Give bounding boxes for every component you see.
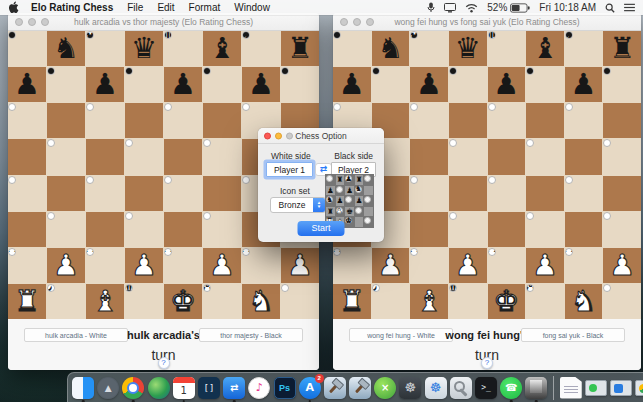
square-c8[interactable]: ♝ — [86, 31, 94, 39]
square-d8[interactable]: ♛ — [449, 31, 487, 66]
black-pawn: ♟ — [493, 70, 519, 99]
black-pawn: ♟ — [526, 67, 534, 75]
dock: ▲1[]⇄♪PsA2×☸☸>_☎ — [67, 372, 643, 402]
help-button[interactable]: ? — [481, 357, 493, 369]
square-h4[interactable] — [603, 176, 641, 211]
black-pawn: ♟ — [571, 70, 597, 99]
preview-piece: ♚ — [346, 208, 353, 216]
black-pawn: ♟ — [339, 70, 365, 99]
square-b3[interactable] — [47, 212, 55, 220]
square-h1[interactable]: ♜ — [603, 284, 611, 292]
dock-thumb-2[interactable] — [610, 380, 632, 396]
icon-set-label: Icon set — [280, 186, 310, 196]
dock-terminal[interactable]: >_ — [475, 377, 497, 399]
square-d4[interactable] — [125, 176, 163, 211]
titlebar-right[interactable]: wong fei hung vs fong sai yuk (Elo Ratin… — [333, 13, 641, 31]
square-e7[interactable]: ♟ — [488, 67, 526, 102]
square-e7[interactable]: ♟ — [164, 67, 202, 102]
preview-piece: ♜ — [356, 176, 363, 184]
black-knight: ♞ — [377, 34, 403, 63]
close-button[interactable] — [264, 132, 271, 139]
square-g7[interactable]: ♟ — [242, 67, 280, 102]
preview-square — [364, 175, 371, 182]
dock-document[interactable] — [560, 377, 582, 399]
white-rook: ♜ — [339, 287, 365, 316]
dock-thumb-3[interactable] — [635, 380, 643, 396]
square-e6[interactable] — [164, 103, 172, 111]
preview-square: ♞ — [326, 196, 333, 203]
white-pawn: ♟ — [333, 248, 341, 256]
square-h3[interactable] — [603, 212, 611, 220]
square-b1[interactable]: ♞ — [372, 284, 380, 292]
wifi-icon[interactable] — [465, 3, 478, 13]
black-bishop: ♝ — [86, 31, 94, 39]
menu-bar: Elo Rating Chess FileEditFormatWindow 52… — [0, 0, 643, 15]
square-g1[interactable]: ♞ — [565, 284, 603, 319]
white-knight: ♞ — [571, 287, 597, 316]
zoom-button[interactable] — [41, 18, 49, 26]
black-pawn: ♟ — [281, 67, 289, 75]
white-pawn: ♟ — [287, 251, 313, 280]
square-e4[interactable] — [488, 176, 496, 184]
black-pawn: ♟ — [416, 70, 442, 99]
dock-coda[interactable]: [] — [198, 377, 220, 399]
preview-square — [364, 186, 373, 196]
dock-divider — [553, 376, 554, 400]
square-c3[interactable] — [410, 212, 448, 247]
preview-square — [364, 196, 371, 203]
whatsapp-icon: ☎ — [505, 382, 517, 393]
preview-square: ♟ — [326, 186, 335, 196]
square-g4[interactable] — [565, 176, 573, 184]
white-bishop: ♝ — [203, 284, 211, 292]
square-f6[interactable] — [526, 103, 564, 138]
white-knight: ♞ — [248, 287, 274, 316]
square-e6[interactable] — [488, 103, 496, 111]
dialog-titlebar[interactable]: Chess Option — [258, 128, 384, 144]
black-rook: ♜ — [609, 34, 635, 63]
apple-menu-icon[interactable] — [8, 1, 19, 14]
square-c8[interactable]: ♝ — [410, 31, 418, 39]
dock-photos-bw[interactable] — [525, 377, 547, 399]
square-f4[interactable] — [203, 176, 241, 211]
black-king: ♚ — [164, 31, 172, 39]
square-h5[interactable] — [603, 139, 611, 147]
preview-square — [364, 217, 371, 224]
white-pawn: ♟ — [131, 251, 157, 280]
square-f5[interactable] — [526, 139, 534, 147]
menu-item-format[interactable]: Format — [189, 2, 221, 13]
square-d2[interactable]: ♟ — [125, 248, 163, 283]
itunes-icon: ♪ — [256, 381, 263, 394]
square-f5[interactable] — [203, 139, 211, 147]
zoom-button — [286, 132, 293, 139]
square-f8[interactable]: ♝ — [526, 31, 564, 66]
square-d6[interactable] — [449, 103, 487, 138]
square-b7[interactable]: ♟ — [47, 67, 55, 75]
menu-app-name[interactable]: Elo Rating Chess — [31, 2, 113, 13]
preview-piece: ♜ — [327, 208, 334, 216]
preview-piece: ♟ — [345, 175, 352, 183]
black-pawn: ♟ — [170, 70, 196, 99]
window-title: wong fei hung vs fong sai yuk (Elo Ratin… — [394, 17, 579, 27]
preview-piece: ♞ — [326, 196, 333, 204]
minimize-button[interactable] — [28, 18, 36, 26]
square-a7[interactable]: ♟ — [333, 67, 371, 102]
square-d7[interactable]: ♟ — [125, 67, 133, 75]
black-pawn: ♟ — [47, 67, 55, 75]
white-pawn: ♟ — [209, 251, 235, 280]
menu-item-edit[interactable]: Edit — [157, 2, 174, 13]
square-a4[interactable] — [8, 176, 16, 184]
square-a8[interactable]: ♜ — [8, 31, 16, 39]
square-h6[interactable] — [603, 103, 641, 138]
white-pawn: ♟ — [86, 248, 94, 256]
appstore-icon: A — [305, 381, 314, 394]
square-c4[interactable] — [86, 176, 94, 184]
preview-piece: ♟ — [337, 197, 344, 205]
square-f4[interactable] — [526, 176, 564, 211]
black-pawn: ♟ — [125, 67, 133, 75]
square-g2[interactable]: ♟ — [242, 248, 250, 256]
white-pawn: ♟ — [242, 248, 250, 256]
dock-chrome[interactable] — [122, 377, 144, 399]
square-a1[interactable]: ♜ — [8, 284, 46, 319]
square-b1[interactable]: ♞ — [47, 284, 55, 292]
square-d3[interactable] — [449, 212, 457, 220]
black-pawn: ♟ — [449, 67, 457, 75]
preview-piece: ♟ — [336, 207, 343, 215]
preview-piece: ♟ — [356, 197, 363, 205]
titlebar-left[interactable]: hulk arcadia vs thor majesty (Elo Rating… — [8, 13, 319, 31]
square-d6[interactable] — [125, 103, 163, 138]
dock-prefs-blue[interactable]: ☸ — [425, 377, 447, 399]
square-d1[interactable]: ♛ — [125, 284, 133, 292]
square-a2[interactable]: ♟ — [8, 248, 16, 256]
white-pawn: ♟ — [410, 248, 418, 256]
square-c3[interactable] — [86, 212, 124, 247]
square-h2[interactable]: ♟ — [603, 248, 641, 283]
preview-square: ♟ — [345, 186, 354, 196]
square-c5[interactable] — [410, 139, 448, 174]
white-rook: ♜ — [281, 284, 289, 292]
preview-square: ♜ — [336, 175, 345, 185]
square-b2[interactable]: ♟ — [47, 248, 85, 283]
terminal-icon: >_ — [481, 383, 491, 392]
black-knight: ♞ — [565, 31, 573, 39]
preview-square — [364, 207, 373, 217]
black-bishop: ♝ — [532, 34, 558, 63]
spotlight-icon[interactable] — [605, 3, 615, 13]
black-knight: ♞ — [242, 31, 250, 39]
black-rook: ♜ — [333, 31, 341, 39]
preview-piece: ♞ — [355, 185, 362, 193]
white-rook: ♜ — [14, 287, 40, 316]
dock-finder[interactable] — [72, 377, 94, 399]
square-f2[interactable]: ♟ — [203, 248, 241, 283]
square-g7[interactable]: ♟ — [565, 67, 603, 102]
white-pawn: ♟ — [488, 248, 496, 256]
square-d5[interactable] — [125, 139, 133, 147]
dock-green-app[interactable]: × — [374, 377, 396, 399]
icon-set-dropdown[interactable]: Bronze ▲▼ — [270, 197, 326, 213]
white-pawn: ♟ — [609, 251, 635, 280]
dock-globe[interactable] — [148, 377, 170, 399]
zoom-button[interactable] — [366, 18, 374, 26]
square-e3[interactable] — [488, 212, 526, 247]
square-d8[interactable]: ♛ — [125, 31, 163, 66]
square-f2[interactable]: ♟ — [526, 248, 564, 283]
square-f7[interactable]: ♟ — [526, 67, 534, 75]
dock-prefs-dark[interactable]: ☸ — [399, 377, 421, 399]
square-f7[interactable]: ♟ — [203, 67, 211, 75]
square-d4[interactable] — [449, 176, 487, 211]
square-g6[interactable] — [565, 103, 573, 111]
preview-piece: ♚ — [345, 217, 352, 225]
white-knight: ♞ — [372, 284, 380, 292]
preview-square: ♟ — [336, 207, 343, 214]
preview-piece: ♜ — [337, 176, 344, 184]
square-e5[interactable] — [488, 139, 526, 174]
square-e8[interactable]: ♚ — [164, 31, 172, 39]
square-h1[interactable]: ♜ — [281, 284, 289, 292]
icon-set-value: Bronze — [271, 198, 313, 212]
square-a3[interactable] — [8, 212, 46, 247]
square-a6[interactable] — [8, 103, 16, 111]
green-app-icon: × — [381, 382, 389, 393]
white-bishop: ♝ — [92, 287, 118, 316]
preview-square — [345, 196, 352, 203]
white-bishop: ♝ — [526, 284, 534, 292]
stepper-arrows-icon[interactable]: ▲▼ — [313, 198, 325, 212]
dock-thumb-1[interactable] — [585, 380, 607, 396]
square-c2[interactable]: ♟ — [410, 248, 418, 256]
minimize-button[interactable] — [275, 132, 282, 139]
prefs-blue-icon: ☸ — [430, 380, 442, 395]
dock-xcode-2[interactable] — [349, 377, 371, 399]
black-pawn: ♟ — [14, 70, 40, 99]
white-rook: ♜ — [603, 284, 611, 292]
square-g1[interactable]: ♞ — [242, 284, 280, 319]
square-e3[interactable] — [164, 212, 202, 247]
coda-icon: [] — [204, 383, 215, 393]
display-icon[interactable] — [444, 3, 456, 13]
square-a7[interactable]: ♟ — [8, 67, 46, 102]
black-pawn: ♟ — [203, 67, 211, 75]
battery-percent: 52% — [487, 2, 507, 13]
white-king: ♚ — [493, 287, 519, 316]
square-g8[interactable]: ♞ — [565, 31, 573, 39]
square-f8[interactable]: ♝ — [203, 31, 241, 66]
square-h2[interactable]: ♟ — [281, 248, 319, 283]
square-f3[interactable] — [203, 212, 211, 220]
calendar-icon: 1 — [181, 385, 187, 396]
square-g6[interactable] — [242, 103, 250, 111]
start-button[interactable]: Start — [298, 221, 345, 236]
square-e8[interactable]: ♚ — [488, 31, 496, 39]
square-d1[interactable]: ♛ — [449, 284, 457, 292]
square-d5[interactable] — [449, 139, 457, 147]
square-b8[interactable]: ♞ — [372, 31, 410, 66]
white-queen: ♛ — [125, 284, 133, 292]
square-c1[interactable]: ♝ — [86, 284, 124, 319]
black-rook: ♜ — [8, 31, 16, 39]
black-king: ♚ — [488, 31, 496, 39]
dock-appstore[interactable]: A2 — [299, 377, 321, 399]
square-e2[interactable]: ♟ — [488, 248, 496, 256]
square-g2[interactable]: ♟ — [565, 248, 573, 256]
square-d2[interactable]: ♟ — [449, 248, 487, 283]
preview-square: ♟ — [345, 175, 352, 182]
square-c7[interactable]: ♟ — [86, 67, 124, 102]
black-rook: ♜ — [287, 34, 313, 63]
black-queen: ♛ — [131, 34, 157, 63]
black-pawn: ♟ — [603, 67, 611, 75]
white-pawn: ♟ — [565, 248, 573, 256]
white-pawn: ♟ — [8, 248, 16, 256]
preview-square — [355, 217, 364, 227]
white-side-label: White side — [271, 151, 311, 161]
player1-field[interactable]: Player 1 — [266, 162, 313, 177]
square-b5[interactable] — [47, 139, 55, 147]
square-a6[interactable] — [333, 103, 341, 111]
close-button[interactable] — [15, 18, 23, 26]
black-pawn: ♟ — [92, 70, 118, 99]
square-h8[interactable]: ♜ — [603, 31, 641, 66]
square-e4[interactable] — [164, 176, 172, 184]
square-f1[interactable]: ♝ — [203, 284, 211, 292]
preview-square: ♚ — [345, 207, 354, 217]
square-e5[interactable] — [164, 139, 202, 174]
minimize-button[interactable] — [353, 18, 361, 26]
black-side-label: Black side — [334, 151, 373, 161]
preview-square — [355, 207, 362, 214]
square-a1[interactable]: ♜ — [333, 284, 371, 319]
square-g5[interactable] — [565, 139, 603, 174]
square-f1[interactable]: ♝ — [526, 284, 534, 292]
preview-square: ♞ — [355, 186, 362, 193]
preview-square: ♟ — [336, 196, 345, 206]
square-f6[interactable] — [203, 103, 241, 138]
menu-clock[interactable]: Fri 10:18 AM — [539, 2, 596, 13]
menu-items: FileEditFormatWindow — [127, 2, 270, 13]
notification-center-icon[interactable] — [624, 3, 635, 12]
square-c2[interactable]: ♟ — [86, 248, 94, 256]
dock-teamviewer[interactable]: ⇄ — [223, 377, 245, 399]
square-d7[interactable]: ♟ — [449, 67, 457, 75]
square-a2[interactable]: ♟ — [333, 248, 341, 256]
square-b6[interactable] — [47, 103, 85, 138]
square-h8[interactable]: ♜ — [281, 31, 319, 66]
chess-option-dialog: Chess Option White side Black side Playe… — [258, 128, 384, 242]
square-a5[interactable] — [8, 139, 46, 174]
menu-item-file[interactable]: File — [127, 2, 143, 13]
mic-icon[interactable] — [427, 2, 435, 13]
badge: 2 — [315, 374, 324, 383]
black-pawn: ♟ — [372, 67, 380, 75]
close-button[interactable] — [340, 18, 348, 26]
white-pawn: ♟ — [53, 251, 79, 280]
preview-square: ♜ — [326, 207, 335, 217]
preview-square: ♜ — [355, 175, 364, 185]
dock-itunes[interactable]: ♪ — [248, 377, 270, 399]
square-c6[interactable] — [86, 103, 94, 111]
square-b7[interactable]: ♟ — [372, 67, 380, 75]
square-e1[interactable]: ♚ — [164, 284, 202, 319]
black-knight: ♞ — [53, 34, 79, 63]
preview-square — [326, 175, 333, 182]
preview-square: ♟ — [355, 196, 364, 206]
white-pawn: ♟ — [377, 251, 403, 280]
square-a8[interactable]: ♜ — [333, 31, 341, 39]
square-f3[interactable] — [526, 212, 534, 220]
black-player-button[interactable]: fong sai yuk - Black — [521, 328, 625, 342]
square-c4[interactable] — [410, 176, 418, 184]
white-bishop: ♝ — [416, 287, 442, 316]
battery-indicator[interactable]: 52% — [487, 2, 530, 13]
help-button[interactable]: ? — [158, 357, 170, 369]
white-pawn: ♟ — [532, 251, 558, 280]
black-bishop: ♝ — [410, 31, 418, 39]
preview-square — [336, 186, 343, 193]
dock-calendar[interactable]: 1 — [173, 377, 195, 399]
launchpad-icon: ▲ — [105, 383, 112, 393]
square-d3[interactable] — [125, 212, 133, 220]
square-e2[interactable]: ♟ — [164, 248, 172, 256]
dock-keychain[interactable] — [450, 377, 472, 399]
white-pawn: ♟ — [164, 248, 172, 256]
square-c1[interactable]: ♝ — [410, 284, 448, 319]
black-player-button[interactable]: thor majesty - Black — [199, 328, 303, 342]
dock-xcode-1[interactable] — [324, 377, 346, 399]
white-queen: ♛ — [449, 284, 457, 292]
square-e1[interactable]: ♚ — [488, 284, 526, 319]
dock-photoshop[interactable]: Ps — [274, 377, 296, 399]
teamviewer-icon: ⇄ — [230, 382, 238, 393]
square-c7[interactable]: ♟ — [410, 67, 448, 102]
white-king: ♚ — [170, 287, 196, 316]
square-c5[interactable] — [86, 139, 124, 174]
square-h7[interactable]: ♟ — [281, 67, 289, 75]
black-queen: ♛ — [455, 34, 481, 63]
dock-whatsapp[interactable]: ☎ — [500, 377, 522, 399]
white-pawn: ♟ — [455, 251, 481, 280]
window-footer: wong fei hung - White wong fei hung's fo… — [333, 319, 641, 370]
preview-piece: ♟ — [327, 187, 334, 195]
white-knight: ♞ — [47, 284, 55, 292]
square-b2[interactable]: ♟ — [372, 248, 410, 283]
menu-item-window[interactable]: Window — [234, 2, 270, 13]
photoshop-icon: Ps — [279, 383, 290, 393]
preview-square: ♚ — [345, 217, 352, 224]
square-g4[interactable] — [242, 176, 250, 184]
icon-set-preview-board: ♜♟♜♟♟♞♞♟♟♜♟♚♜♟♚ — [325, 174, 374, 228]
square-g8[interactable]: ♞ — [242, 31, 250, 39]
square-c6[interactable] — [410, 103, 418, 111]
black-pawn: ♟ — [248, 70, 274, 99]
battery-icon — [510, 3, 530, 13]
window-title: hulk arcadia vs thor majesty (Elo Rating… — [74, 17, 253, 27]
square-h7[interactable]: ♟ — [603, 67, 611, 75]
square-b4[interactable] — [47, 176, 85, 211]
square-g3[interactable] — [565, 212, 603, 247]
black-bishop: ♝ — [209, 34, 235, 63]
prefs-dark-icon: ☸ — [405, 380, 417, 395]
dock-launchpad[interactable]: ▲ — [97, 377, 119, 399]
dialog-title: Chess Option — [295, 131, 347, 141]
window-footer: hulk arcadia - White hulk arcadia's thor… — [8, 319, 319, 370]
square-b8[interactable]: ♞ — [47, 31, 85, 66]
